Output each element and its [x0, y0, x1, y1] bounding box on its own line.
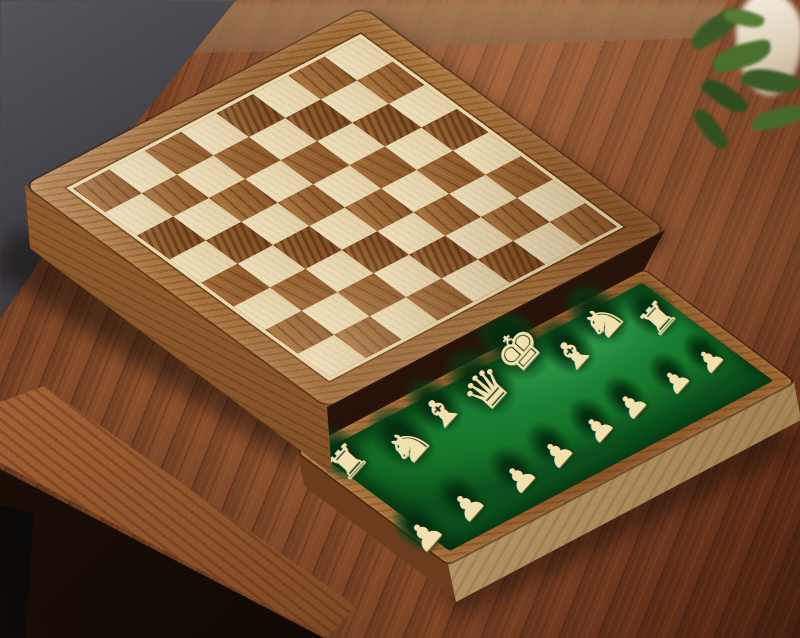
- scene-photo: ♜♞♝♛♚♝♞♜♟♟♟♟♟♟♟♟: [0, 0, 800, 638]
